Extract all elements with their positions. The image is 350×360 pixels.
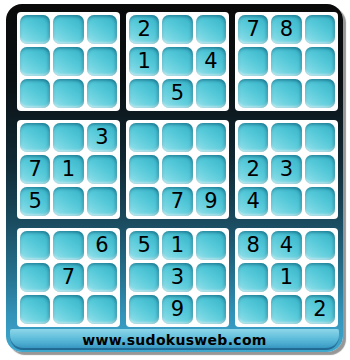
cell-r5c1[interactable]: 7 xyxy=(20,155,50,184)
cell-r6c1[interactable]: 5 xyxy=(20,187,50,216)
cell-r5c2[interactable]: 1 xyxy=(53,155,83,184)
cell-r2c7[interactable] xyxy=(238,47,268,76)
cell-r8c5[interactable]: 3 xyxy=(162,263,192,292)
cell-r2c2[interactable] xyxy=(53,47,83,76)
cell-r3c9[interactable] xyxy=(305,79,335,108)
cell-r6c4[interactable] xyxy=(129,187,159,216)
cell-r6c6[interactable]: 9 xyxy=(196,187,226,216)
cell-r1c2[interactable] xyxy=(53,15,83,44)
cell-r1c7[interactable]: 7 xyxy=(238,15,268,44)
cell-r5c3[interactable] xyxy=(87,155,117,184)
cell-r1c9[interactable] xyxy=(305,15,335,44)
cell-r1c4[interactable]: 2 xyxy=(129,15,159,44)
cell-r6c8[interactable] xyxy=(271,187,301,216)
cell-r7c7[interactable]: 8 xyxy=(238,231,268,260)
cell-r7c8[interactable]: 4 xyxy=(271,231,301,260)
cell-r9c7[interactable] xyxy=(238,295,268,324)
cell-r4c3[interactable]: 3 xyxy=(87,123,117,152)
cell-r5c9[interactable] xyxy=(305,155,335,184)
box-1-2: 2145 xyxy=(126,12,229,111)
cell-r3c2[interactable] xyxy=(53,79,83,108)
board-frame: 2145783715792346751398412 www.sudokusweb… xyxy=(6,4,343,352)
cell-r8c3[interactable] xyxy=(87,263,117,292)
cell-r4c7[interactable] xyxy=(238,123,268,152)
cell-r8c9[interactable] xyxy=(305,263,335,292)
cell-r7c2[interactable] xyxy=(53,231,83,260)
cell-r2c5[interactable] xyxy=(162,47,192,76)
cell-r8c6[interactable] xyxy=(196,263,226,292)
cell-r3c3[interactable] xyxy=(87,79,117,108)
cell-r1c6[interactable] xyxy=(196,15,226,44)
site-footer: www.sudokusweb.com xyxy=(10,329,339,350)
cell-r1c1[interactable] xyxy=(20,15,50,44)
cell-r8c1[interactable] xyxy=(20,263,50,292)
box-1-1 xyxy=(17,12,120,111)
cell-r4c6[interactable] xyxy=(196,123,226,152)
cell-r5c5[interactable] xyxy=(162,155,192,184)
cell-r9c4[interactable] xyxy=(129,295,159,324)
cell-r4c1[interactable] xyxy=(20,123,50,152)
cell-r7c4[interactable]: 5 xyxy=(129,231,159,260)
box-2-2: 79 xyxy=(126,120,229,219)
cell-r8c2[interactable]: 7 xyxy=(53,263,83,292)
cell-r8c4[interactable] xyxy=(129,263,159,292)
cell-r7c3[interactable]: 6 xyxy=(87,231,117,260)
cell-r3c7[interactable] xyxy=(238,79,268,108)
cell-r2c8[interactable] xyxy=(271,47,301,76)
cell-r4c4[interactable] xyxy=(129,123,159,152)
cell-r6c5[interactable]: 7 xyxy=(162,187,192,216)
cell-r3c6[interactable] xyxy=(196,79,226,108)
cell-r3c4[interactable] xyxy=(129,79,159,108)
cell-r9c5[interactable]: 9 xyxy=(162,295,192,324)
cell-r5c6[interactable] xyxy=(196,155,226,184)
cell-r4c9[interactable] xyxy=(305,123,335,152)
cell-r9c3[interactable] xyxy=(87,295,117,324)
cell-r9c6[interactable] xyxy=(196,295,226,324)
cell-r5c8[interactable]: 3 xyxy=(271,155,301,184)
cell-r7c6[interactable] xyxy=(196,231,226,260)
site-url[interactable]: www.sudokusweb.com xyxy=(82,332,266,348)
cell-r2c4[interactable]: 1 xyxy=(129,47,159,76)
cell-r6c2[interactable] xyxy=(53,187,83,216)
box-1-3: 78 xyxy=(235,12,338,111)
cell-r9c8[interactable] xyxy=(271,295,301,324)
box-3-3: 8412 xyxy=(235,228,338,327)
cell-r5c7[interactable]: 2 xyxy=(238,155,268,184)
cell-r9c1[interactable] xyxy=(20,295,50,324)
cell-r7c9[interactable] xyxy=(305,231,335,260)
box-2-3: 234 xyxy=(235,120,338,219)
cell-r2c9[interactable] xyxy=(305,47,335,76)
cell-r7c1[interactable] xyxy=(20,231,50,260)
cell-r2c1[interactable] xyxy=(20,47,50,76)
cell-r1c5[interactable] xyxy=(162,15,192,44)
cell-r4c5[interactable] xyxy=(162,123,192,152)
cell-r7c5[interactable]: 1 xyxy=(162,231,192,260)
cell-r4c8[interactable] xyxy=(271,123,301,152)
cell-r9c2[interactable] xyxy=(53,295,83,324)
cell-r8c8[interactable]: 1 xyxy=(271,263,301,292)
cell-r3c5[interactable]: 5 xyxy=(162,79,192,108)
cell-r8c7[interactable] xyxy=(238,263,268,292)
cell-r9c9[interactable]: 2 xyxy=(305,295,335,324)
cell-r6c7[interactable]: 4 xyxy=(238,187,268,216)
box-3-2: 5139 xyxy=(126,228,229,327)
sudoku-board: 2145783715792346751398412 xyxy=(17,12,338,327)
cell-r2c6[interactable]: 4 xyxy=(196,47,226,76)
cell-r6c3[interactable] xyxy=(87,187,117,216)
cell-r1c3[interactable] xyxy=(87,15,117,44)
cell-r4c2[interactable] xyxy=(53,123,83,152)
cell-r5c4[interactable] xyxy=(129,155,159,184)
cell-r3c8[interactable] xyxy=(271,79,301,108)
cell-r3c1[interactable] xyxy=(20,79,50,108)
box-2-1: 3715 xyxy=(17,120,120,219)
cell-r6c9[interactable] xyxy=(305,187,335,216)
box-3-1: 67 xyxy=(17,228,120,327)
cell-r2c3[interactable] xyxy=(87,47,117,76)
cell-r1c8[interactable]: 8 xyxy=(271,15,301,44)
